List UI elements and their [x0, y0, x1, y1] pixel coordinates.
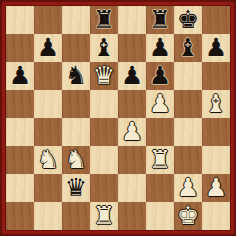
piece-black-rook[interactable]: ♜ [149, 7, 171, 32]
piece-black-bishop[interactable]: ♝ [93, 35, 115, 60]
square-a5[interactable] [6, 90, 34, 118]
piece-black-bishop[interactable]: ♝ [177, 35, 199, 60]
square-g1[interactable]: ♚ [174, 202, 202, 230]
square-c6[interactable]: ♞ [62, 62, 90, 90]
square-f7[interactable]: ♟ [146, 34, 174, 62]
piece-white-pawn[interactable]: ♟ [121, 119, 143, 144]
square-b1[interactable] [34, 202, 62, 230]
square-b3[interactable]: ♞ [34, 146, 62, 174]
square-g7[interactable]: ♝ [174, 34, 202, 62]
square-f3[interactable]: ♜ [146, 146, 174, 174]
piece-white-bishop[interactable]: ♝ [205, 91, 227, 116]
square-e3[interactable] [118, 146, 146, 174]
piece-white-pawn[interactable]: ♟ [177, 175, 199, 200]
piece-black-rook[interactable]: ♜ [93, 7, 115, 32]
square-f6[interactable]: ♟ [146, 62, 174, 90]
square-d6[interactable]: ♛ [90, 62, 118, 90]
square-b7[interactable]: ♟ [34, 34, 62, 62]
square-b8[interactable] [34, 6, 62, 34]
piece-white-queen[interactable]: ♛ [93, 63, 115, 88]
square-h4[interactable] [202, 118, 230, 146]
square-c1[interactable] [62, 202, 90, 230]
square-b4[interactable] [34, 118, 62, 146]
piece-black-king[interactable]: ♚ [177, 7, 199, 32]
square-d1[interactable]: ♜ [90, 202, 118, 230]
piece-black-pawn[interactable]: ♟ [121, 63, 143, 88]
square-c5[interactable] [62, 90, 90, 118]
square-h3[interactable] [202, 146, 230, 174]
square-a8[interactable] [6, 6, 34, 34]
square-a1[interactable] [6, 202, 34, 230]
piece-black-pawn[interactable]: ♟ [9, 63, 31, 88]
square-f8[interactable]: ♜ [146, 6, 174, 34]
square-d7[interactable]: ♝ [90, 34, 118, 62]
square-g4[interactable] [174, 118, 202, 146]
square-h7[interactable]: ♟ [202, 34, 230, 62]
square-g2[interactable]: ♟ [174, 174, 202, 202]
piece-white-king[interactable]: ♚ [177, 203, 199, 228]
piece-white-pawn[interactable]: ♟ [205, 175, 227, 200]
square-d3[interactable] [90, 146, 118, 174]
square-h8[interactable] [202, 6, 230, 34]
square-e7[interactable] [118, 34, 146, 62]
square-c8[interactable] [62, 6, 90, 34]
piece-black-knight[interactable]: ♞ [65, 63, 87, 88]
square-d4[interactable] [90, 118, 118, 146]
square-d5[interactable] [90, 90, 118, 118]
square-h5[interactable]: ♝ [202, 90, 230, 118]
chess-board-frame: ♜♜♚♟♝♟♝♟♟♞♛♟♟♟♝♟♞♞♜♛♟♟♜♚ [0, 0, 236, 236]
square-h6[interactable] [202, 62, 230, 90]
piece-black-pawn[interactable]: ♟ [205, 35, 227, 60]
square-b6[interactable] [34, 62, 62, 90]
piece-white-knight[interactable]: ♞ [65, 147, 87, 172]
piece-white-knight[interactable]: ♞ [37, 147, 59, 172]
chess-board: ♜♜♚♟♝♟♝♟♟♞♛♟♟♟♝♟♞♞♜♛♟♟♜♚ [6, 6, 230, 230]
square-f1[interactable] [146, 202, 174, 230]
square-e4[interactable]: ♟ [118, 118, 146, 146]
piece-black-pawn[interactable]: ♟ [149, 35, 171, 60]
piece-black-pawn[interactable]: ♟ [149, 63, 171, 88]
square-h2[interactable]: ♟ [202, 174, 230, 202]
square-e1[interactable] [118, 202, 146, 230]
square-f4[interactable] [146, 118, 174, 146]
square-e8[interactable] [118, 6, 146, 34]
square-b5[interactable] [34, 90, 62, 118]
square-b2[interactable] [34, 174, 62, 202]
square-g3[interactable] [174, 146, 202, 174]
piece-white-rook[interactable]: ♜ [93, 203, 115, 228]
square-a6[interactable]: ♟ [6, 62, 34, 90]
square-c4[interactable] [62, 118, 90, 146]
piece-black-pawn[interactable]: ♟ [37, 35, 59, 60]
square-g6[interactable] [174, 62, 202, 90]
square-h1[interactable] [202, 202, 230, 230]
square-g8[interactable]: ♚ [174, 6, 202, 34]
square-c2[interactable]: ♛ [62, 174, 90, 202]
piece-black-queen[interactable]: ♛ [65, 175, 87, 200]
piece-white-rook[interactable]: ♜ [149, 147, 171, 172]
square-a7[interactable] [6, 34, 34, 62]
square-d8[interactable]: ♜ [90, 6, 118, 34]
square-f5[interactable]: ♟ [146, 90, 174, 118]
piece-white-pawn[interactable]: ♟ [149, 91, 171, 116]
square-e2[interactable] [118, 174, 146, 202]
square-g5[interactable] [174, 90, 202, 118]
square-a3[interactable] [6, 146, 34, 174]
square-a4[interactable] [6, 118, 34, 146]
square-c7[interactable] [62, 34, 90, 62]
square-e6[interactable]: ♟ [118, 62, 146, 90]
square-d2[interactable] [90, 174, 118, 202]
square-a2[interactable] [6, 174, 34, 202]
square-e5[interactable] [118, 90, 146, 118]
square-c3[interactable]: ♞ [62, 146, 90, 174]
square-f2[interactable] [146, 174, 174, 202]
